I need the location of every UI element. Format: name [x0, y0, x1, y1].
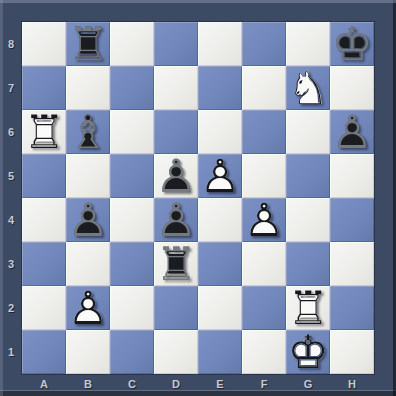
white-knight-glyph-outline: ♘: [286, 66, 330, 110]
square-e4[interactable]: [198, 198, 242, 242]
piece-white-king-g1[interactable]: ♚♔: [286, 330, 330, 374]
black-rook-glyph-fill: ♜: [66, 22, 110, 66]
white-pawn-glyph-outline: ♙: [198, 154, 242, 198]
black-bishop-glyph-outline: ♗: [66, 110, 110, 154]
square-a8[interactable]: [22, 22, 66, 66]
piece-black-rook-b8[interactable]: ♜♖: [66, 22, 110, 66]
piece-black-bishop-b6[interactable]: ♝♗: [66, 110, 110, 154]
white-rook-glyph-outline: ♖: [286, 286, 330, 330]
file-label-a: A: [22, 373, 66, 395]
square-c6[interactable]: [110, 110, 154, 154]
piece-black-rook-d3[interactable]: ♜♖: [154, 242, 198, 286]
square-c3[interactable]: [110, 242, 154, 286]
square-g5[interactable]: [286, 154, 330, 198]
square-h5[interactable]: [330, 154, 374, 198]
square-g6[interactable]: [286, 110, 330, 154]
square-a2[interactable]: [22, 286, 66, 330]
square-e8[interactable]: [198, 22, 242, 66]
square-f7[interactable]: [242, 66, 286, 110]
square-e3[interactable]: [198, 242, 242, 286]
square-d7[interactable]: [154, 66, 198, 110]
piece-white-pawn-e5[interactable]: ♟♙: [198, 154, 242, 198]
rank-label-3: 3: [0, 242, 22, 286]
piece-white-pawn-f4[interactable]: ♟♙: [242, 198, 286, 242]
file-label-d: D: [154, 373, 198, 395]
piece-black-pawn-d4[interactable]: ♟♙: [154, 198, 198, 242]
square-f8[interactable]: [242, 22, 286, 66]
square-d1[interactable]: [154, 330, 198, 374]
square-e1[interactable]: [198, 330, 242, 374]
piece-white-rook-g2[interactable]: ♜♖: [286, 286, 330, 330]
square-f4[interactable]: ♟♙: [242, 198, 286, 242]
white-pawn-glyph-fill: ♟: [66, 286, 110, 330]
square-a7[interactable]: [22, 66, 66, 110]
black-pawn-glyph-outline: ♙: [330, 110, 374, 154]
square-f6[interactable]: [242, 110, 286, 154]
piece-black-pawn-h6[interactable]: ♟♙: [330, 110, 374, 154]
black-bishop-glyph-fill: ♝: [66, 110, 110, 154]
square-f3[interactable]: [242, 242, 286, 286]
square-h1[interactable]: [330, 330, 374, 374]
black-pawn-glyph-outline: ♙: [154, 198, 198, 242]
square-b4[interactable]: ♟♙: [66, 198, 110, 242]
square-c5[interactable]: [110, 154, 154, 198]
rank-label-1: 1: [0, 330, 22, 374]
white-pawn-glyph-outline: ♙: [66, 286, 110, 330]
square-d5[interactable]: ♟♙: [154, 154, 198, 198]
square-f5[interactable]: [242, 154, 286, 198]
square-h3[interactable]: [330, 242, 374, 286]
square-d3[interactable]: ♜♖: [154, 242, 198, 286]
piece-white-pawn-b2[interactable]: ♟♙: [66, 286, 110, 330]
black-pawn-glyph-outline: ♙: [66, 198, 110, 242]
square-e5[interactable]: ♟♙: [198, 154, 242, 198]
black-pawn-glyph-fill: ♟: [154, 198, 198, 242]
square-g8[interactable]: [286, 22, 330, 66]
square-f2[interactable]: [242, 286, 286, 330]
black-king-glyph-outline: ♔: [330, 22, 374, 66]
square-d8[interactable]: [154, 22, 198, 66]
file-label-g: G: [286, 373, 330, 395]
piece-white-rook-a6[interactable]: ♜♖: [22, 110, 66, 154]
square-b5[interactable]: [66, 154, 110, 198]
square-c4[interactable]: [110, 198, 154, 242]
white-pawn-glyph-outline: ♙: [242, 198, 286, 242]
square-g2[interactable]: ♜♖: [286, 286, 330, 330]
rank-label-7: 7: [0, 66, 22, 110]
square-c1[interactable]: [110, 330, 154, 374]
square-e7[interactable]: [198, 66, 242, 110]
square-c7[interactable]: [110, 66, 154, 110]
black-rook-glyph-fill: ♜: [154, 242, 198, 286]
piece-black-pawn-b4[interactable]: ♟♙: [66, 198, 110, 242]
white-pawn-glyph-fill: ♟: [242, 198, 286, 242]
square-a4[interactable]: [22, 198, 66, 242]
square-g3[interactable]: [286, 242, 330, 286]
black-pawn-glyph-fill: ♟: [154, 154, 198, 198]
file-label-b: B: [66, 373, 110, 395]
square-h6[interactable]: ♟♙: [330, 110, 374, 154]
white-rook-glyph-fill: ♜: [22, 110, 66, 154]
file-label-e: E: [198, 373, 242, 395]
rank-label-8: 8: [0, 22, 22, 66]
square-f1[interactable]: [242, 330, 286, 374]
black-rook-glyph-outline: ♖: [154, 242, 198, 286]
square-a3[interactable]: [22, 242, 66, 286]
square-e2[interactable]: [198, 286, 242, 330]
square-b8[interactable]: ♜♖: [66, 22, 110, 66]
black-pawn-glyph-fill: ♟: [330, 110, 374, 154]
black-king-glyph-fill: ♚: [330, 22, 374, 66]
square-h8[interactable]: ♚♔: [330, 22, 374, 66]
file-label-c: C: [110, 373, 154, 395]
rank-label-4: 4: [0, 198, 22, 242]
square-a5[interactable]: [22, 154, 66, 198]
piece-black-pawn-d5[interactable]: ♟♙: [154, 154, 198, 198]
square-a1[interactable]: [22, 330, 66, 374]
white-rook-glyph-outline: ♖: [22, 110, 66, 154]
white-rook-glyph-fill: ♜: [286, 286, 330, 330]
square-h7[interactable]: [330, 66, 374, 110]
white-king-glyph-outline: ♔: [286, 330, 330, 374]
file-label-f: F: [242, 373, 286, 395]
square-d2[interactable]: [154, 286, 198, 330]
square-b3[interactable]: [66, 242, 110, 286]
square-d4[interactable]: ♟♙: [154, 198, 198, 242]
square-g4[interactable]: [286, 198, 330, 242]
black-pawn-glyph-outline: ♙: [154, 154, 198, 198]
rank-label-2: 2: [0, 286, 22, 330]
square-b1[interactable]: [66, 330, 110, 374]
square-c2[interactable]: [110, 286, 154, 330]
square-c8[interactable]: [110, 22, 154, 66]
piece-black-king-h8[interactable]: ♚♔: [330, 22, 374, 66]
chess-board-frame: ♜♖♚♔♞♘♜♖♝♗♟♙♟♙♟♙♟♙♟♙♟♙♜♖♟♙♜♖♚♔ 87654321A…: [0, 0, 396, 396]
square-g7[interactable]: ♞♘: [286, 66, 330, 110]
black-pawn-glyph-fill: ♟: [66, 198, 110, 242]
square-h4[interactable]: [330, 198, 374, 242]
chess-board: ♜♖♚♔♞♘♜♖♝♗♟♙♟♙♟♙♟♙♟♙♟♙♜♖♟♙♜♖♚♔: [22, 22, 374, 374]
square-e6[interactable]: [198, 110, 242, 154]
square-d6[interactable]: [154, 110, 198, 154]
white-pawn-glyph-fill: ♟: [198, 154, 242, 198]
white-king-glyph-fill: ♚: [286, 330, 330, 374]
rank-label-6: 6: [0, 110, 22, 154]
white-knight-glyph-fill: ♞: [286, 66, 330, 110]
square-h2[interactable]: [330, 286, 374, 330]
black-rook-glyph-outline: ♖: [66, 22, 110, 66]
square-b6[interactable]: ♝♗: [66, 110, 110, 154]
square-b2[interactable]: ♟♙: [66, 286, 110, 330]
file-label-h: H: [330, 373, 374, 395]
rank-label-5: 5: [0, 154, 22, 198]
square-a6[interactable]: ♜♖: [22, 110, 66, 154]
square-g1[interactable]: ♚♔: [286, 330, 330, 374]
square-b7[interactable]: [66, 66, 110, 110]
piece-white-knight-g7[interactable]: ♞♘: [286, 66, 330, 110]
